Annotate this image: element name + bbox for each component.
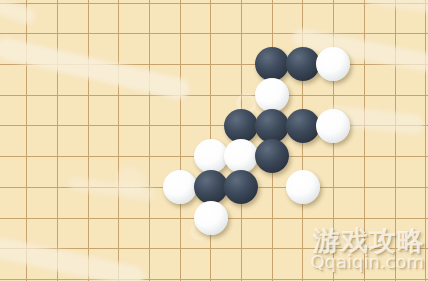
grid-cell xyxy=(149,3,180,34)
grid-cell xyxy=(149,248,180,279)
grid-cell xyxy=(210,248,241,279)
grid-cell xyxy=(210,33,241,64)
grid-cell xyxy=(272,218,303,249)
grid-cell xyxy=(0,95,26,126)
grid-cell xyxy=(26,125,57,156)
stone-white xyxy=(316,109,350,143)
grid-cell xyxy=(118,125,149,156)
grid-cell xyxy=(88,218,119,249)
grid-cell xyxy=(395,156,426,187)
grid-cell xyxy=(0,187,26,218)
grid-cell xyxy=(57,95,88,126)
grid-cell xyxy=(149,95,180,126)
grid-cell xyxy=(57,3,88,34)
grid-cell xyxy=(149,125,180,156)
grid-cell xyxy=(0,64,26,95)
stone-black xyxy=(255,139,289,173)
grid-cell xyxy=(118,3,149,34)
grid-cell xyxy=(272,248,303,279)
grid-cell xyxy=(57,125,88,156)
grid-cell xyxy=(88,125,119,156)
stone-white xyxy=(286,170,320,204)
stone-white xyxy=(255,78,289,112)
grid-cell xyxy=(180,95,211,126)
grid-cell xyxy=(333,187,364,218)
stone-white xyxy=(194,201,228,235)
grid-cell xyxy=(333,156,364,187)
gomoku-board-screenshot: 游戏攻略 Qqaiqin.com xyxy=(0,0,428,281)
grid-cell xyxy=(0,125,26,156)
stone-black xyxy=(255,109,289,143)
grid-cell xyxy=(118,95,149,126)
grid-cell xyxy=(0,156,26,187)
grid-cell xyxy=(149,218,180,249)
grid-cell xyxy=(180,3,211,34)
grid-cell xyxy=(395,187,426,218)
grid-cell xyxy=(180,248,211,279)
grid-cell xyxy=(88,95,119,126)
grid-cell xyxy=(26,187,57,218)
grid-cell xyxy=(241,218,272,249)
grid-cell xyxy=(210,3,241,34)
stone-black xyxy=(286,47,320,81)
grid-cell xyxy=(241,248,272,279)
watermark-site: Qqaiqin.com xyxy=(310,251,424,272)
grid-cell xyxy=(364,156,395,187)
stone-black xyxy=(194,170,228,204)
grid-cell xyxy=(333,3,364,34)
stone-white xyxy=(194,139,228,173)
stone-white xyxy=(163,170,197,204)
grid-cell xyxy=(180,33,211,64)
grid-cell xyxy=(149,33,180,64)
grid-cell xyxy=(241,3,272,34)
stone-black xyxy=(255,47,289,81)
grid-cell xyxy=(57,218,88,249)
grid-cell xyxy=(210,64,241,95)
grid-cell xyxy=(88,3,119,34)
grid-cell xyxy=(118,33,149,64)
grid-cell xyxy=(364,187,395,218)
stone-white xyxy=(316,47,350,81)
stone-black xyxy=(224,109,258,143)
grid-cell xyxy=(26,95,57,126)
stone-white xyxy=(224,139,258,173)
grid-cell xyxy=(364,64,395,95)
stone-black xyxy=(286,109,320,143)
grid-cell xyxy=(118,218,149,249)
grid-cell xyxy=(26,156,57,187)
stone-black xyxy=(224,170,258,204)
